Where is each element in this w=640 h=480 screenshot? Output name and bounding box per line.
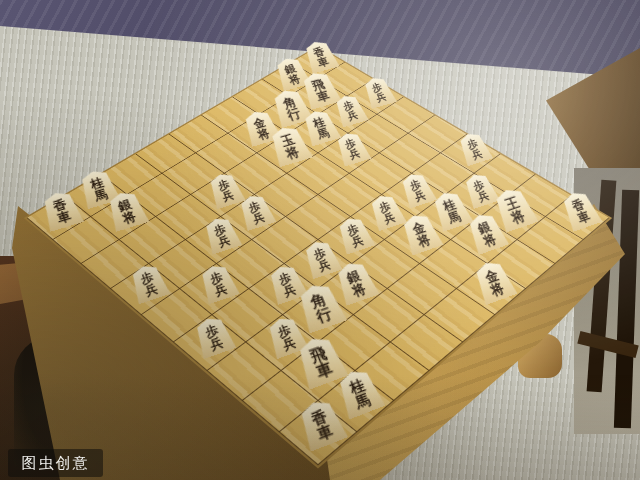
piece-kanji: 将 (509, 208, 527, 225)
scene: 香車桂馬銀将香車銀将金将角行飛車歩兵玉将桂馬歩兵歩兵歩兵歩兵歩兵歩兵歩兵歩兵歩兵… (0, 0, 640, 480)
piece-kanji: 車 (315, 423, 335, 443)
piece-kanji: 馬 (445, 209, 462, 225)
watermark-badge: 图虫创意 (8, 449, 103, 477)
piece-kanji: 将 (284, 145, 301, 161)
piece-kanji: 将 (481, 232, 498, 248)
piece-kanji: 行 (285, 107, 302, 122)
piece-kanji: 兵 (282, 282, 298, 298)
piece-kanji: 兵 (476, 189, 491, 203)
piece-kanji: 兵 (375, 91, 388, 103)
piece-kanji: 兵 (470, 147, 484, 160)
stool-right-leg-icon (614, 190, 639, 428)
watermark-text: 图虫创意 (22, 454, 90, 473)
piece-kanji: 兵 (252, 211, 267, 225)
piece-kanji: 兵 (217, 234, 232, 249)
piece-kanji: 馬 (316, 127, 331, 141)
piece-kanji: 車 (576, 209, 592, 225)
piece-kanji: 車 (316, 56, 330, 69)
piece-kanji: 兵 (143, 282, 159, 298)
piece-kanji: 兵 (316, 257, 332, 272)
piece-kanji: 将 (287, 72, 302, 85)
piece-kanji: 車 (314, 360, 335, 381)
piece-kanji: 将 (120, 209, 137, 225)
piece-kanji: 兵 (347, 148, 361, 161)
piece-kanji: 兵 (213, 282, 229, 298)
piece-kanji: 兵 (221, 189, 236, 203)
piece-kanji: 兵 (280, 335, 297, 352)
piece-kanji: 馬 (92, 187, 109, 202)
piece-kanji: 兵 (412, 189, 427, 203)
piece-kanji: 馬 (353, 391, 372, 411)
piece-kanji: 兵 (350, 234, 365, 249)
piece-kanji: 兵 (346, 109, 360, 121)
piece-kanji: 車 (315, 89, 331, 104)
piece-kanji: 将 (350, 281, 368, 298)
piece-kanji: 兵 (208, 335, 225, 352)
piece-kanji: 車 (55, 209, 72, 225)
piece-kanji: 将 (256, 127, 271, 141)
piece-kanji: 行 (314, 305, 334, 325)
piece-kanji: 将 (488, 281, 506, 298)
piece-kanji: 兵 (382, 211, 397, 225)
piece-kanji: 将 (415, 232, 432, 248)
